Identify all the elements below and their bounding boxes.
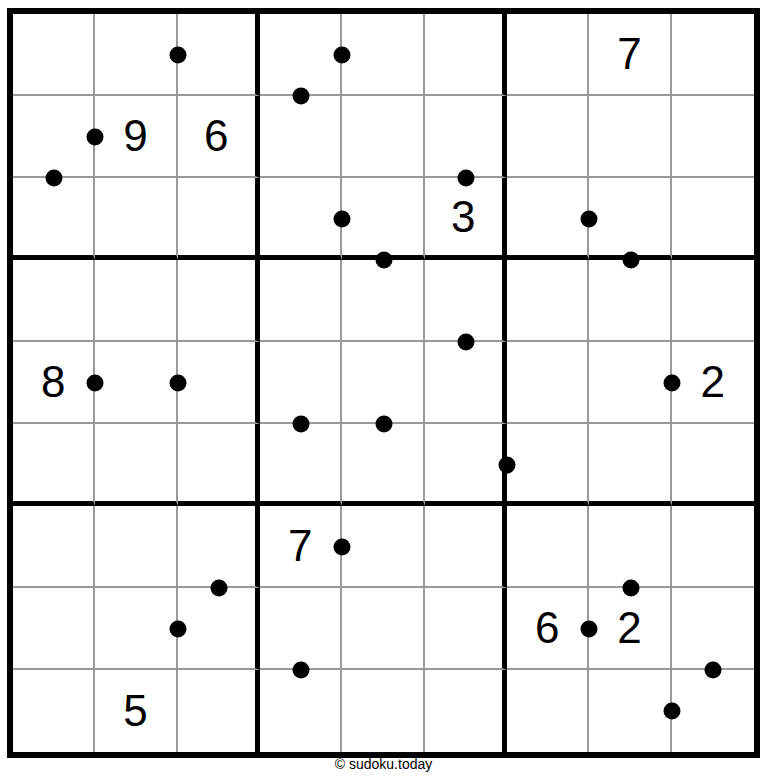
cell-r5c1[interactable]: 8 [13,342,95,424]
cell-r2c6[interactable] [425,96,507,178]
cell-r4c8[interactable] [589,260,671,342]
cell-r5c3[interactable] [178,342,260,424]
cell-r8c5[interactable] [342,588,424,670]
cell-r1c9[interactable] [672,14,754,96]
cell-r6c1[interactable] [13,424,95,506]
cell-r6c9[interactable] [672,424,754,506]
cell-r7c2[interactable] [95,506,177,588]
cell-r2c5[interactable] [342,96,424,178]
cell-r8c4[interactable] [260,588,342,670]
cell-r5c2[interactable] [95,342,177,424]
cell-r9c7[interactable] [507,670,589,752]
cell-r3c1[interactable] [13,178,95,260]
cell-r3c2[interactable] [95,178,177,260]
cell-r8c8[interactable]: 2 [589,588,671,670]
cell-r4c6[interactable] [425,260,507,342]
cell-r3c9[interactable] [672,178,754,260]
cell-r8c2[interactable] [95,588,177,670]
cell-r1c6[interactable] [425,14,507,96]
cell-r6c2[interactable] [95,424,177,506]
cell-r9c2[interactable]: 5 [95,670,177,752]
cell-r9c5[interactable] [342,670,424,752]
cell-r6c6[interactable] [425,424,507,506]
cell-r7c6[interactable] [425,506,507,588]
cell-r7c4[interactable]: 7 [260,506,342,588]
cell-r5c6[interactable] [425,342,507,424]
cell-r6c4[interactable] [260,424,342,506]
cell-r3c4[interactable] [260,178,342,260]
cell-r1c3[interactable] [178,14,260,96]
cell-r2c3[interactable]: 6 [178,96,260,178]
cell-r7c7[interactable] [507,506,589,588]
cell-r4c4[interactable] [260,260,342,342]
cell-r4c9[interactable] [672,260,754,342]
cell-r8c7[interactable]: 6 [507,588,589,670]
cell-r2c4[interactable] [260,96,342,178]
cell-r1c5[interactable] [342,14,424,96]
cell-r1c2[interactable] [95,14,177,96]
cell-r5c4[interactable] [260,342,342,424]
cell-r5c8[interactable] [589,342,671,424]
cell-r8c1[interactable] [13,588,95,670]
cell-r3c8[interactable] [589,178,671,260]
cell-r9c9[interactable] [672,670,754,752]
cell-r5c7[interactable] [507,342,589,424]
cell-r3c3[interactable] [178,178,260,260]
cell-r8c3[interactable] [178,588,260,670]
cell-r8c9[interactable] [672,588,754,670]
cell-r2c1[interactable] [13,96,95,178]
cell-r2c2[interactable]: 9 [95,96,177,178]
cell-r5c5[interactable] [342,342,424,424]
cell-r6c3[interactable] [178,424,260,506]
cell-r6c5[interactable] [342,424,424,506]
cell-r1c7[interactable] [507,14,589,96]
cell-r4c7[interactable] [507,260,589,342]
cell-r1c4[interactable] [260,14,342,96]
cell-r2c8[interactable] [589,96,671,178]
cell-r1c1[interactable] [13,14,95,96]
cell-r4c1[interactable] [13,260,95,342]
cell-r3c7[interactable] [507,178,589,260]
cell-r7c5[interactable] [342,506,424,588]
sudoku-board: 7963827625 [7,8,760,758]
cell-r4c2[interactable] [95,260,177,342]
sudoku-page: 7963827625 © sudoku.today [0,0,767,777]
cell-r9c8[interactable] [589,670,671,752]
cell-r7c1[interactable] [13,506,95,588]
cell-r4c5[interactable] [342,260,424,342]
cell-r7c3[interactable] [178,506,260,588]
cell-r1c8[interactable]: 7 [589,14,671,96]
cell-r7c9[interactable] [672,506,754,588]
cell-r9c1[interactable] [13,670,95,752]
cell-r4c3[interactable] [178,260,260,342]
cell-r2c9[interactable] [672,96,754,178]
cell-r9c3[interactable] [178,670,260,752]
cell-r7c8[interactable] [589,506,671,588]
cell-r8c6[interactable] [425,588,507,670]
cell-r3c6[interactable]: 3 [425,178,507,260]
cell-r9c4[interactable] [260,670,342,752]
cell-r6c7[interactable] [507,424,589,506]
cell-r5c9[interactable]: 2 [672,342,754,424]
copyright-caption: © sudoku.today [7,756,760,772]
cell-r3c5[interactable] [342,178,424,260]
cell-r9c6[interactable] [425,670,507,752]
cell-r2c7[interactable] [507,96,589,178]
cell-r6c8[interactable] [589,424,671,506]
